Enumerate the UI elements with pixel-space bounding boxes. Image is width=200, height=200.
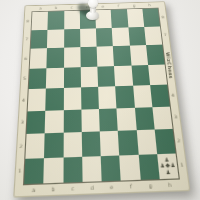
file-label-e: e bbox=[102, 183, 122, 192]
square-g4 bbox=[133, 85, 152, 107]
square-h3 bbox=[152, 106, 172, 129]
corner-emblem: ♟♟♟♟ bbox=[160, 158, 175, 174]
square-f5 bbox=[114, 65, 132, 86]
square-a7 bbox=[31, 29, 48, 48]
square-c8 bbox=[64, 11, 80, 29]
square-f6 bbox=[113, 46, 131, 66]
square-e3 bbox=[99, 108, 118, 131]
square-e1 bbox=[101, 155, 121, 181]
square-b8 bbox=[48, 11, 64, 29]
square-f1 bbox=[119, 154, 140, 180]
white-pawn-piece bbox=[84, 0, 102, 23]
photo-background: abcdefgh abcdefgh 87654321 87654321 WizC… bbox=[0, 0, 200, 200]
file-label-b: b bbox=[43, 185, 63, 194]
square-a4 bbox=[28, 89, 46, 111]
square-b2 bbox=[44, 133, 63, 158]
file-label-c: c bbox=[63, 184, 83, 193]
square-c1 bbox=[63, 156, 82, 182]
file-label-h: h bbox=[160, 181, 180, 190]
square-a1 bbox=[24, 158, 44, 184]
playing-field: ♟♟♟♟ bbox=[23, 8, 180, 186]
chessboard-mat: abcdefgh abcdefgh 87654321 87654321 WizC… bbox=[13, 1, 190, 197]
file-label-a: a bbox=[24, 186, 44, 195]
square-f7 bbox=[112, 27, 130, 46]
square-b3 bbox=[45, 110, 63, 134]
square-g2 bbox=[136, 130, 157, 155]
square-e7 bbox=[96, 28, 113, 47]
square-a3 bbox=[27, 110, 46, 134]
square-a5 bbox=[29, 68, 47, 89]
square-d6 bbox=[80, 47, 97, 67]
square-h7 bbox=[144, 26, 162, 45]
square-e2 bbox=[100, 131, 120, 156]
square-d2 bbox=[82, 131, 101, 156]
square-c6 bbox=[64, 47, 81, 67]
square-c4 bbox=[63, 87, 81, 109]
square-d4 bbox=[81, 87, 99, 109]
square-g8 bbox=[127, 9, 144, 27]
square-h5 bbox=[148, 64, 167, 85]
emblem-piece-icon: ♟ bbox=[164, 157, 170, 163]
square-d3 bbox=[81, 109, 100, 133]
square-e4 bbox=[98, 86, 117, 108]
square-h4 bbox=[150, 85, 170, 107]
square-b4 bbox=[46, 88, 64, 110]
file-label-d: d bbox=[82, 184, 102, 193]
square-c3 bbox=[63, 109, 81, 133]
square-f3 bbox=[117, 107, 137, 130]
square-g3 bbox=[134, 107, 154, 130]
square-a8 bbox=[32, 12, 49, 30]
square-f2 bbox=[118, 130, 138, 155]
square-g7 bbox=[128, 27, 146, 46]
square-b5 bbox=[46, 67, 63, 88]
square-c5 bbox=[63, 67, 80, 88]
pawn-head bbox=[88, 0, 98, 8]
square-h2 bbox=[154, 129, 175, 154]
square-a6 bbox=[30, 48, 47, 68]
emblem-piece-icon: ♟ bbox=[170, 163, 176, 169]
square-h8 bbox=[142, 8, 160, 26]
square-e5 bbox=[97, 66, 115, 87]
emblem-piece-icon: ♟ bbox=[165, 169, 171, 175]
square-c2 bbox=[63, 132, 82, 157]
square-g6 bbox=[129, 45, 147, 65]
square-c7 bbox=[64, 28, 80, 47]
square-g1 bbox=[138, 154, 159, 180]
square-g5 bbox=[131, 65, 150, 86]
square-a2 bbox=[25, 133, 45, 158]
file-label-g: g bbox=[140, 181, 160, 190]
square-e6 bbox=[97, 46, 115, 66]
emblem-piece-icon: ♟ bbox=[160, 163, 166, 169]
square-b1 bbox=[44, 157, 64, 183]
square-h6 bbox=[146, 45, 165, 65]
square-f8 bbox=[111, 9, 128, 27]
square-d7 bbox=[80, 28, 97, 47]
file-label-f: f bbox=[121, 182, 141, 191]
square-d5 bbox=[80, 66, 98, 87]
board-grid: ♟♟♟♟ bbox=[24, 8, 178, 184]
vinyl-border: abcdefgh abcdefgh 87654321 87654321 WizC… bbox=[13, 1, 190, 197]
square-h1: ♟♟♟♟ bbox=[157, 153, 179, 179]
square-b7 bbox=[47, 29, 64, 48]
square-f4 bbox=[115, 86, 134, 108]
square-d1 bbox=[82, 156, 102, 182]
square-b6 bbox=[47, 48, 64, 68]
